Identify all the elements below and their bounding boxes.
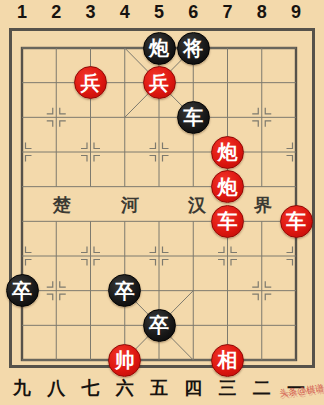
piece-black-soldier[interactable]: 卒 (6, 274, 39, 307)
file-label-bottom-5: 五 (147, 376, 171, 400)
file-label-bottom-3: 七 (79, 376, 103, 400)
river-char-1: 楚 (51, 193, 73, 217)
file-label-bottom-2: 八 (44, 376, 68, 400)
piece-red-chariot[interactable]: 车 (211, 205, 244, 238)
piece-red-cannon[interactable]: 炮 (211, 136, 244, 169)
river-char-4: 界 (252, 193, 274, 217)
piece-red-chariot[interactable]: 车 (280, 205, 313, 238)
file-label-bottom-4: 六 (113, 376, 137, 400)
piece-black-cannon[interactable]: 炮 (143, 32, 176, 65)
river-char-2: 河 (119, 193, 141, 217)
file-label-bottom-6: 四 (181, 376, 205, 400)
piece-black-chariot[interactable]: 车 (177, 101, 210, 134)
piece-black-soldier[interactable]: 卒 (143, 309, 176, 342)
piece-red-cannon[interactable]: 炮 (211, 170, 244, 203)
piece-red-elephant[interactable]: 相 (211, 344, 244, 377)
file-label-bottom-8: 二 (250, 376, 274, 400)
piece-black-general[interactable]: 将 (177, 32, 210, 65)
river-char-3: 汉 (186, 193, 208, 217)
file-label-bottom-7: 三 (216, 376, 240, 400)
piece-red-soldier[interactable]: 兵 (143, 66, 176, 99)
piece-red-general[interactable]: 帅 (108, 344, 141, 377)
piece-red-soldier[interactable]: 兵 (74, 66, 107, 99)
xiangqi-board-screenshot: 123456789 楚河汉界 炮将兵兵车炮炮车车卒卒卒帅相 九八七六五四三二一 … (0, 0, 324, 405)
file-label-bottom-1: 九 (10, 376, 34, 400)
